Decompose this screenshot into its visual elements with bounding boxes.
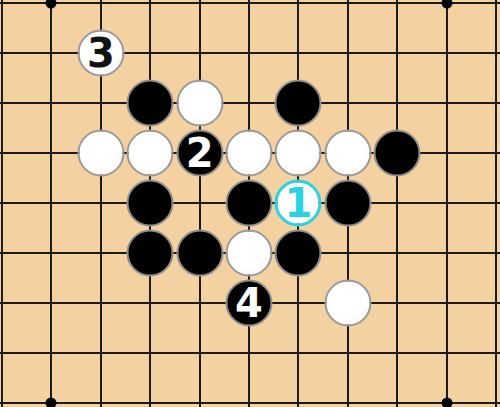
go-board[interactable]: 3214 bbox=[0, 0, 500, 407]
grid-line-vertical bbox=[50, 0, 52, 407]
star-point bbox=[46, 398, 57, 407]
star-point bbox=[441, 0, 452, 9]
move-number-label: 4 bbox=[235, 282, 263, 322]
stone-black[interactable] bbox=[324, 180, 371, 227]
grid-line-vertical bbox=[1, 0, 3, 407]
stone-white[interactable] bbox=[324, 130, 371, 177]
stone-white[interactable] bbox=[226, 130, 273, 177]
stone-black-move-4[interactable]: 4 bbox=[226, 280, 273, 327]
move-number-label: 3 bbox=[87, 32, 115, 72]
grid-line-horizontal bbox=[0, 2, 500, 4]
grid-line-vertical bbox=[495, 0, 497, 407]
stone-white[interactable] bbox=[77, 130, 124, 177]
star-point bbox=[441, 398, 452, 407]
grid-line-horizontal bbox=[0, 52, 500, 54]
move-number-label: 2 bbox=[186, 132, 214, 172]
stone-white-move-3[interactable]: 3 bbox=[77, 30, 124, 77]
stone-black[interactable] bbox=[176, 230, 223, 277]
stone-white-highlighted-move-1[interactable]: 1 bbox=[275, 180, 322, 227]
stone-white[interactable] bbox=[176, 80, 223, 127]
stone-white[interactable] bbox=[275, 130, 322, 177]
stone-black[interactable] bbox=[275, 80, 322, 127]
star-point bbox=[46, 0, 57, 9]
stone-white[interactable] bbox=[324, 280, 371, 327]
grid-line-vertical bbox=[446, 0, 448, 407]
stone-black[interactable] bbox=[374, 130, 421, 177]
stone-white[interactable] bbox=[127, 130, 174, 177]
stone-black[interactable] bbox=[127, 180, 174, 227]
grid-line-horizontal bbox=[0, 352, 500, 354]
stone-black[interactable] bbox=[226, 180, 273, 227]
grid-line-vertical bbox=[396, 0, 398, 407]
stone-black[interactable] bbox=[275, 230, 322, 277]
stone-black-move-2[interactable]: 2 bbox=[176, 130, 223, 177]
stone-white[interactable] bbox=[226, 230, 273, 277]
stone-black[interactable] bbox=[127, 80, 174, 127]
stone-black[interactable] bbox=[127, 230, 174, 277]
grid-line-vertical bbox=[199, 0, 201, 407]
move-number-label: 1 bbox=[284, 182, 312, 222]
grid-line-horizontal bbox=[0, 402, 500, 404]
grid-line-horizontal bbox=[0, 102, 500, 104]
